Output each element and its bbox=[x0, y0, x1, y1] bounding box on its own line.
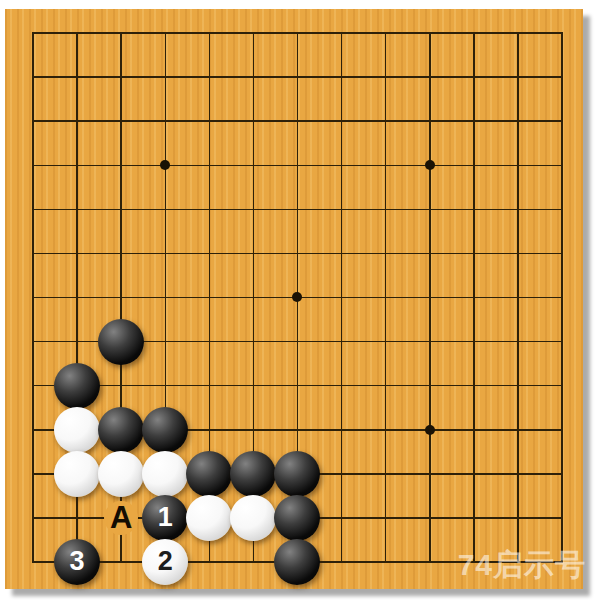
board-cell bbox=[231, 496, 275, 540]
point-label-A: A bbox=[104, 501, 138, 535]
black-stone: 3 bbox=[54, 539, 100, 585]
black-stone bbox=[274, 495, 320, 541]
board-cell bbox=[99, 320, 143, 364]
board-cell bbox=[231, 452, 275, 496]
move-number-1: 1 bbox=[158, 504, 173, 531]
board-cell bbox=[55, 408, 99, 452]
white-stone: 2 bbox=[142, 539, 188, 585]
black-stone bbox=[274, 539, 320, 585]
watermark: 74启示号 bbox=[458, 545, 586, 586]
go-board: 132A 74启示号 bbox=[5, 9, 583, 589]
board-cell bbox=[99, 452, 143, 496]
board-cell: 1 bbox=[143, 496, 187, 540]
board-cell: 3 bbox=[55, 540, 99, 584]
board-cell bbox=[275, 496, 319, 540]
board-cell bbox=[143, 452, 187, 496]
black-stone bbox=[54, 363, 100, 409]
board-cell: A bbox=[99, 496, 143, 540]
board-cell bbox=[143, 408, 187, 452]
board-cell bbox=[55, 364, 99, 408]
black-stone bbox=[186, 451, 232, 497]
black-stone bbox=[274, 451, 320, 497]
white-stone bbox=[142, 451, 188, 497]
black-stone bbox=[98, 319, 144, 365]
white-stone bbox=[54, 407, 100, 453]
black-stone: 1 bbox=[142, 495, 188, 541]
board-cell bbox=[275, 540, 319, 584]
board-cell bbox=[275, 452, 319, 496]
black-stone bbox=[230, 451, 276, 497]
board-cell bbox=[55, 452, 99, 496]
goban: 132A bbox=[11, 11, 584, 584]
white-stone bbox=[230, 495, 276, 541]
board-cell: 2 bbox=[143, 540, 187, 584]
board-cell bbox=[187, 496, 231, 540]
black-stone bbox=[98, 407, 144, 453]
board-cell bbox=[187, 452, 231, 496]
move-number-3: 3 bbox=[70, 548, 85, 575]
white-stone bbox=[54, 451, 100, 497]
white-stone bbox=[98, 451, 144, 497]
board-cell bbox=[99, 408, 143, 452]
black-stone bbox=[142, 407, 188, 453]
move-number-2: 2 bbox=[158, 548, 173, 575]
white-stone bbox=[186, 495, 232, 541]
